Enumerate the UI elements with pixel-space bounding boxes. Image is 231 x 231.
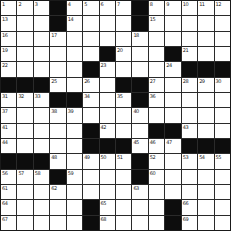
black-cell (83, 124, 98, 138)
grid-cell[interactable] (198, 16, 213, 30)
grid-cell[interactable] (17, 185, 32, 199)
black-cell (165, 124, 180, 138)
clue-number: 45 (133, 139, 138, 145)
clue-number: 47 (166, 139, 171, 145)
black-cell (17, 154, 32, 168)
clue-number: 56 (2, 170, 7, 176)
grid-cell[interactable] (83, 16, 98, 30)
black-cell (182, 139, 197, 153)
clue-number: 65 (101, 200, 106, 206)
grid-cell[interactable] (17, 32, 32, 46)
grid-cell[interactable]: 2 (17, 1, 32, 15)
grid-cell[interactable]: 14 (67, 16, 82, 30)
grid-cell[interactable] (50, 124, 65, 138)
grid-cell[interactable]: 10 (182, 1, 197, 15)
black-cell (83, 62, 98, 76)
grid-cell[interactable] (116, 185, 131, 199)
grid-cell[interactable]: 1 (1, 1, 16, 15)
grid-cell[interactable] (17, 216, 32, 230)
clue-number: 32 (18, 93, 23, 99)
black-cell (165, 200, 180, 214)
grid-cell[interactable] (215, 32, 230, 46)
grid-cell[interactable] (17, 62, 32, 76)
grid-cell[interactable] (215, 185, 230, 199)
black-cell (149, 124, 164, 138)
grid-cell[interactable] (182, 185, 197, 199)
grid-cell[interactable] (34, 16, 49, 30)
grid-cell[interactable]: 4 (67, 1, 82, 15)
grid-cell[interactable] (149, 32, 164, 46)
grid-cell[interactable]: 22 (1, 62, 16, 76)
clue-number: 24 (166, 62, 171, 68)
grid-cell[interactable]: 9 (165, 1, 180, 15)
clue-number: 33 (35, 93, 40, 99)
clue-number: 21 (183, 47, 188, 53)
black-cell (198, 62, 213, 76)
clue-number: 64 (2, 200, 7, 206)
clue-number: 17 (51, 32, 56, 38)
black-cell (83, 216, 98, 230)
grid-cell[interactable] (100, 32, 115, 46)
grid-cell[interactable]: 36 (149, 93, 164, 107)
grid-cell[interactable]: 49 (83, 154, 98, 168)
grid-cell[interactable] (67, 185, 82, 199)
grid-cell[interactable] (83, 47, 98, 61)
grid-cell[interactable]: 23 (100, 62, 115, 76)
clue-number: 22 (2, 62, 7, 68)
grid-cell[interactable]: 46 (149, 139, 164, 153)
clue-number: 13 (2, 16, 7, 22)
grid-cell[interactable] (198, 47, 213, 61)
grid-cell[interactable]: 37 (1, 108, 16, 122)
black-cell (165, 47, 180, 61)
black-cell (116, 139, 131, 153)
grid-cell[interactable] (17, 139, 32, 153)
grid-cell[interactable]: 33 (34, 93, 49, 107)
black-cell (215, 139, 230, 153)
black-cell (50, 1, 65, 15)
grid-cell[interactable] (116, 32, 131, 46)
black-cell (100, 139, 115, 153)
grid-cell[interactable] (67, 124, 82, 138)
grid-cell[interactable]: 20 (116, 47, 131, 61)
grid-cell[interactable] (165, 32, 180, 46)
grid-cell[interactable] (165, 78, 180, 92)
clue-number: 7 (117, 1, 120, 7)
grid-cell[interactable] (165, 154, 180, 168)
clue-number: 63 (133, 185, 138, 191)
grid-cell[interactable] (100, 185, 115, 199)
black-cell (165, 216, 180, 230)
grid-cell[interactable] (34, 216, 49, 230)
grid-cell[interactable] (116, 170, 131, 184)
clue-number: 10 (183, 1, 188, 7)
clue-number: 1 (2, 1, 5, 7)
grid-cell[interactable]: 30 (215, 78, 230, 92)
black-cell (182, 62, 197, 76)
grid-cell[interactable]: 6 (100, 1, 115, 15)
grid-cell[interactable] (149, 62, 164, 76)
grid-cell[interactable]: 68 (100, 216, 115, 230)
grid-cell[interactable]: 29 (198, 78, 213, 92)
grid-cell[interactable] (198, 216, 213, 230)
grid-cell[interactable] (165, 16, 180, 30)
grid-cell[interactable]: 69 (182, 216, 197, 230)
clue-number: 54 (199, 154, 204, 160)
clue-number: 40 (133, 108, 138, 114)
grid-cell[interactable] (165, 108, 180, 122)
grid-cell[interactable]: 59 (67, 170, 82, 184)
clue-number: 12 (216, 1, 221, 7)
grid-cell[interactable] (17, 108, 32, 122)
grid-cell[interactable]: 43 (182, 124, 197, 138)
grid-cell[interactable] (100, 170, 115, 184)
grid-cell[interactable]: 42 (100, 124, 115, 138)
grid-cell[interactable] (149, 200, 164, 214)
clue-number: 38 (51, 108, 56, 114)
grid-cell[interactable]: 56 (1, 170, 16, 184)
clue-number: 61 (2, 185, 7, 191)
clue-number: 14 (68, 16, 73, 22)
grid-cell[interactable] (83, 170, 98, 184)
grid-cell[interactable] (34, 32, 49, 46)
grid-cell[interactable] (116, 216, 131, 230)
black-cell (215, 62, 230, 76)
grid-cell[interactable]: 53 (182, 154, 197, 168)
grid-cell[interactable]: 13 (1, 16, 16, 30)
grid-cell[interactable] (165, 93, 180, 107)
clue-number: 35 (117, 93, 122, 99)
grid-cell[interactable] (50, 47, 65, 61)
grid-cell[interactable] (198, 170, 213, 184)
grid-cell[interactable] (215, 216, 230, 230)
clue-number: 15 (150, 16, 155, 22)
grid-cell[interactable] (149, 216, 164, 230)
clue-number: 66 (183, 200, 188, 206)
black-cell (83, 139, 98, 153)
clue-number: 30 (216, 78, 221, 84)
clue-number: 52 (150, 154, 155, 160)
clue-number: 31 (2, 93, 7, 99)
grid-cell[interactable]: 60 (149, 170, 164, 184)
clue-number: 60 (150, 170, 155, 176)
grid-cell[interactable] (149, 185, 164, 199)
clue-number: 28 (183, 78, 188, 84)
clue-number: 18 (133, 32, 138, 38)
black-cell (17, 78, 32, 92)
grid-cell[interactable]: 50 (100, 154, 115, 168)
grid-cell[interactable]: 51 (116, 154, 131, 168)
grid-cell[interactable] (116, 108, 131, 122)
clue-number: 2 (18, 1, 21, 7)
grid-cell[interactable]: 28 (182, 78, 197, 92)
grid-cell[interactable] (17, 124, 32, 138)
grid-cell[interactable] (83, 108, 98, 122)
grid-cell[interactable]: 63 (132, 185, 147, 199)
clue-number: 19 (2, 47, 7, 53)
clue-number: 9 (166, 1, 169, 7)
grid-cell[interactable]: 24 (165, 62, 180, 76)
grid-cell[interactable]: 12 (215, 1, 230, 15)
grid-cell[interactable] (132, 62, 147, 76)
clue-number: 37 (2, 108, 7, 114)
clue-number: 39 (68, 108, 73, 114)
grid-cell[interactable] (198, 108, 213, 122)
grid-cell[interactable]: 41 (1, 124, 16, 138)
grid-cell[interactable]: 62 (50, 185, 65, 199)
clue-number: 36 (150, 93, 155, 99)
black-cell (67, 93, 82, 107)
grid-cell[interactable] (165, 185, 180, 199)
grid-cell[interactable] (67, 200, 82, 214)
grid-cell[interactable] (182, 93, 197, 107)
clue-number: 3 (35, 1, 38, 7)
grid-cell[interactable]: 67 (1, 216, 16, 230)
grid-cell[interactable] (83, 185, 98, 199)
grid-cell[interactable] (116, 200, 131, 214)
grid-cell[interactable]: 39 (67, 108, 82, 122)
grid-cell[interactable] (67, 78, 82, 92)
clue-number: 41 (2, 124, 7, 130)
black-cell (1, 78, 16, 92)
black-cell (34, 78, 49, 92)
clue-number: 62 (51, 185, 56, 191)
clue-number: 57 (18, 170, 23, 176)
clue-number: 29 (199, 78, 204, 84)
black-cell (1, 154, 16, 168)
grid-cell[interactable] (34, 185, 49, 199)
black-cell (116, 78, 131, 92)
clue-number: 11 (199, 1, 204, 7)
grid-cell[interactable] (67, 216, 82, 230)
grid-cell[interactable] (50, 139, 65, 153)
grid-cell[interactable] (182, 16, 197, 30)
grid-cell[interactable]: 34 (83, 93, 98, 107)
grid-cell[interactable] (198, 93, 213, 107)
grid-cell[interactable]: 61 (1, 185, 16, 199)
grid-cell[interactable] (215, 47, 230, 61)
grid-cell[interactable] (100, 108, 115, 122)
grid-cell[interactable] (17, 16, 32, 30)
grid-cell[interactable]: 27 (149, 78, 164, 92)
black-cell (100, 47, 115, 61)
grid-cell[interactable] (100, 16, 115, 30)
grid-cell[interactable]: 16 (1, 32, 16, 46)
grid-cell[interactable]: 8 (149, 1, 164, 15)
clue-number: 49 (84, 154, 89, 160)
clue-number: 23 (101, 62, 106, 68)
grid-cell[interactable] (149, 47, 164, 61)
grid-cell[interactable] (34, 124, 49, 138)
grid-cell[interactable]: 35 (116, 93, 131, 107)
grid-cell[interactable] (215, 200, 230, 214)
grid-cell[interactable]: 25 (50, 78, 65, 92)
grid-cell[interactable] (67, 47, 82, 61)
grid-cell[interactable] (215, 108, 230, 122)
grid-cell[interactable]: 19 (1, 47, 16, 61)
grid-cell[interactable]: 64 (1, 200, 16, 214)
grid-cell[interactable] (215, 170, 230, 184)
grid-cell[interactable] (132, 47, 147, 61)
clue-number: 53 (183, 154, 188, 160)
grid-cell[interactable]: 55 (215, 154, 230, 168)
clue-number: 20 (117, 47, 122, 53)
grid-cell[interactable] (100, 78, 115, 92)
grid-cell[interactable] (50, 200, 65, 214)
grid-cell[interactable] (215, 16, 230, 30)
grid-cell[interactable]: 52 (149, 154, 164, 168)
grid-cell[interactable] (17, 47, 32, 61)
clue-number: 67 (2, 216, 7, 222)
clue-number: 69 (183, 216, 188, 222)
grid-cell[interactable] (67, 62, 82, 76)
grid-cell[interactable]: 5 (83, 1, 98, 15)
clue-number: 68 (101, 216, 106, 222)
grid-cell[interactable]: 32 (17, 93, 32, 107)
black-cell (132, 78, 147, 92)
grid-cell[interactable] (34, 200, 49, 214)
clue-number: 50 (101, 154, 106, 160)
clue-number: 55 (216, 154, 221, 160)
grid-cell[interactable] (67, 32, 82, 46)
grid-cell[interactable] (165, 170, 180, 184)
grid-cell[interactable]: 48 (50, 154, 65, 168)
grid-cell[interactable]: 45 (132, 139, 147, 153)
grid-cell[interactable] (182, 170, 197, 184)
grid-cell[interactable]: 7 (116, 1, 131, 15)
grid-cell[interactable] (198, 124, 213, 138)
grid-cell[interactable]: 18 (132, 32, 147, 46)
black-cell (50, 93, 65, 107)
black-cell (50, 170, 65, 184)
grid-cell[interactable] (132, 124, 147, 138)
grid-cell[interactable] (67, 139, 82, 153)
grid-cell[interactable] (17, 200, 32, 214)
crossword-grid: 1234567891011121314151617181920212223242… (0, 0, 231, 231)
grid-cell[interactable] (198, 32, 213, 46)
grid-cell[interactable] (198, 185, 213, 199)
clue-number: 27 (150, 78, 155, 84)
grid-cell[interactable]: 65 (100, 200, 115, 214)
black-cell (132, 16, 147, 30)
grid-cell[interactable]: 40 (132, 108, 147, 122)
grid-cell[interactable] (34, 47, 49, 61)
black-cell (132, 1, 147, 15)
grid-cell[interactable] (116, 62, 131, 76)
clue-number: 51 (117, 154, 122, 160)
grid-cell[interactable]: 58 (34, 170, 49, 184)
grid-cell[interactable] (34, 62, 49, 76)
grid-cell[interactable]: 47 (165, 139, 180, 153)
grid-cell[interactable] (149, 108, 164, 122)
grid-cell[interactable]: 17 (50, 32, 65, 46)
clue-number: 25 (51, 78, 56, 84)
grid-cell[interactable]: 44 (1, 139, 16, 153)
grid-cell[interactable]: 57 (17, 170, 32, 184)
black-cell (50, 16, 65, 30)
black-cell (198, 139, 213, 153)
black-cell (132, 93, 147, 107)
grid-cell[interactable] (215, 93, 230, 107)
grid-cell[interactable]: 66 (182, 200, 197, 214)
grid-cell[interactable]: 11 (198, 1, 213, 15)
grid-cell[interactable] (50, 62, 65, 76)
grid-cell[interactable]: 26 (83, 78, 98, 92)
grid-cell[interactable]: 31 (1, 93, 16, 107)
clue-number: 59 (68, 170, 73, 176)
grid-cell[interactable] (198, 200, 213, 214)
clue-number: 58 (35, 170, 40, 176)
grid-cell[interactable]: 21 (182, 47, 197, 61)
clue-number: 42 (101, 124, 106, 130)
black-cell (132, 170, 147, 184)
grid-cell[interactable] (34, 139, 49, 153)
grid-cell[interactable] (50, 216, 65, 230)
clue-number: 43 (183, 124, 188, 130)
clue-number: 4 (68, 1, 71, 7)
grid-cell[interactable] (100, 93, 115, 107)
grid-cell[interactable] (182, 108, 197, 122)
grid-cell[interactable] (116, 124, 131, 138)
grid-cell[interactable] (132, 216, 147, 230)
clue-number: 16 (2, 32, 7, 38)
grid-cell[interactable] (116, 16, 131, 30)
clue-number: 26 (84, 78, 89, 84)
grid-cell[interactable] (34, 108, 49, 122)
grid-cell[interactable] (132, 200, 147, 214)
clue-number: 8 (150, 1, 153, 7)
grid-cell[interactable]: 3 (34, 1, 49, 15)
clue-number: 6 (101, 1, 104, 7)
clue-number: 34 (84, 93, 89, 99)
grid-cell[interactable]: 15 (149, 16, 164, 30)
grid-cell[interactable]: 54 (198, 154, 213, 168)
clue-number: 5 (84, 1, 87, 7)
clue-number: 46 (150, 139, 155, 145)
black-cell (83, 200, 98, 214)
black-cell (34, 154, 49, 168)
grid-cell[interactable] (67, 154, 82, 168)
grid-cell[interactable] (83, 32, 98, 46)
black-cell (132, 154, 147, 168)
grid-cell[interactable] (215, 124, 230, 138)
clue-number: 44 (2, 139, 7, 145)
grid-cell[interactable]: 38 (50, 108, 65, 122)
clue-number: 48 (51, 154, 56, 160)
grid-cell[interactable] (182, 32, 197, 46)
